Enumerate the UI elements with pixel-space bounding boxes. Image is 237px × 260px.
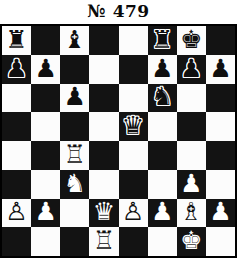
square-g8: ♚ <box>177 26 206 55</box>
black-bishop: ♝ <box>64 27 86 52</box>
black-pawn: ♟ <box>64 84 86 109</box>
square-c4: ♖ <box>60 141 89 170</box>
square-g6 <box>177 84 206 113</box>
square-a8: ♜ <box>2 26 31 55</box>
square-d5 <box>89 112 118 141</box>
puzzle-number: № 479 <box>0 0 237 23</box>
square-b3 <box>31 170 60 199</box>
square-d2: ♛ <box>89 199 118 228</box>
square-f5 <box>148 112 177 141</box>
white-pawn: ♟ <box>34 199 56 224</box>
square-b5 <box>31 112 60 141</box>
square-g7: ♟ <box>177 55 206 84</box>
square-f3 <box>148 170 177 199</box>
puzzle-page: № 479 ♜♝♜♚♟♟♟♟♟♟♞♛♖♞♟♙♟♛♙♟♗♟♖♚ <box>0 0 237 260</box>
square-b7: ♟ <box>31 55 60 84</box>
square-e8 <box>119 26 148 55</box>
chess-board: ♜♝♜♚♟♟♟♟♟♟♞♛♖♞♟♙♟♛♙♟♗♟♖♚ <box>0 24 237 258</box>
square-b6 <box>31 84 60 113</box>
square-a2: ♙ <box>2 199 31 228</box>
black-knight: ♞ <box>151 84 173 109</box>
black-pawn: ♟ <box>34 56 56 81</box>
white-pawn: ♙ <box>5 199 27 224</box>
square-h4 <box>206 141 235 170</box>
square-a4 <box>2 141 31 170</box>
square-g5 <box>177 112 206 141</box>
black-rook: ♜ <box>5 27 27 52</box>
square-f8: ♜ <box>148 26 177 55</box>
square-e2: ♙ <box>119 199 148 228</box>
square-h7: ♟ <box>206 55 235 84</box>
white-queen: ♛ <box>93 199 115 224</box>
square-g3: ♟ <box>177 170 206 199</box>
white-king: ♚ <box>180 228 202 253</box>
black-queen: ♛ <box>122 113 144 138</box>
square-e7 <box>119 55 148 84</box>
black-pawn: ♟ <box>5 56 27 81</box>
square-h5 <box>206 112 235 141</box>
white-bishop: ♗ <box>180 199 202 224</box>
black-pawn: ♟ <box>151 56 173 81</box>
square-f4 <box>148 141 177 170</box>
white-pawn: ♟ <box>209 199 231 224</box>
white-pawn: ♟ <box>180 171 202 196</box>
square-e3 <box>119 170 148 199</box>
square-a6 <box>2 84 31 113</box>
square-f6: ♞ <box>148 84 177 113</box>
square-h1 <box>206 227 235 256</box>
square-a1 <box>2 227 31 256</box>
square-e1 <box>119 227 148 256</box>
square-h6 <box>206 84 235 113</box>
square-c8: ♝ <box>60 26 89 55</box>
white-pawn: ♟ <box>151 199 173 224</box>
square-c2 <box>60 199 89 228</box>
square-h2: ♟ <box>206 199 235 228</box>
square-d7 <box>89 55 118 84</box>
black-rook: ♜ <box>151 27 173 52</box>
square-d8 <box>89 26 118 55</box>
square-d3 <box>89 170 118 199</box>
black-pawn: ♟ <box>209 56 231 81</box>
square-h3 <box>206 170 235 199</box>
square-c1 <box>60 227 89 256</box>
square-a5 <box>2 112 31 141</box>
square-g1: ♚ <box>177 227 206 256</box>
square-c6: ♟ <box>60 84 89 113</box>
square-c5 <box>60 112 89 141</box>
square-c7 <box>60 55 89 84</box>
square-c3: ♞ <box>60 170 89 199</box>
square-e5: ♛ <box>119 112 148 141</box>
white-rook: ♖ <box>93 228 115 253</box>
square-a3 <box>2 170 31 199</box>
square-e4 <box>119 141 148 170</box>
square-g2: ♗ <box>177 199 206 228</box>
square-b1 <box>31 227 60 256</box>
square-d1: ♖ <box>89 227 118 256</box>
black-pawn: ♟ <box>180 56 202 81</box>
square-b4 <box>31 141 60 170</box>
square-h8 <box>206 26 235 55</box>
square-f1 <box>148 227 177 256</box>
black-king: ♚ <box>180 27 202 52</box>
square-d6 <box>89 84 118 113</box>
square-b2: ♟ <box>31 199 60 228</box>
square-f2: ♟ <box>148 199 177 228</box>
square-g4 <box>177 141 206 170</box>
square-d4 <box>89 141 118 170</box>
square-b8 <box>31 26 60 55</box>
square-a7: ♟ <box>2 55 31 84</box>
white-rook: ♖ <box>64 142 86 167</box>
square-f7: ♟ <box>148 55 177 84</box>
white-pawn: ♙ <box>122 199 144 224</box>
white-knight: ♞ <box>64 171 86 196</box>
square-e6 <box>119 84 148 113</box>
